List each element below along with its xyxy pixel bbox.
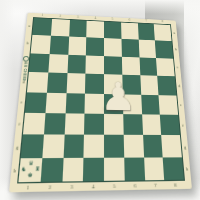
board-square [139,57,157,76]
edge-label: 3 [61,183,83,191]
corner-emblem-pieces: ♛♞♜♚ [19,161,41,179]
board-square [27,72,48,92]
board-square [64,113,85,135]
board-square [68,37,87,55]
emblem-piece-icon: ♚ [27,173,33,179]
edge-label: 4 [87,15,104,20]
edge-label: 1 [16,184,39,192]
board-square [156,58,174,77]
board-square [63,135,84,158]
board-square [84,135,104,158]
board-square [104,56,122,75]
board-square [42,135,64,158]
edge-label: 4 [83,183,104,191]
board-square [123,135,143,157]
board-square [29,53,50,72]
board-square [104,135,124,157]
board-square [140,75,159,94]
board-square [66,73,86,93]
edge-label: b [172,41,179,58]
edge-label: 5 [104,183,125,191]
board-square [31,35,51,54]
corner-emblem: ♛♞♜♚ [18,158,42,183]
board-square [159,95,178,115]
brand-logo-icon [23,56,29,61]
edge-label: a [171,24,178,41]
board-square [163,157,184,180]
board-square [65,93,85,114]
board-square [44,113,65,135]
board-square [69,20,87,38]
board-square [86,38,104,56]
board-square [160,114,180,135]
vinyl-board-sheet: ♛♞♜♚ 12345678 12345678 abcdefgh abcdefgh… [9,13,192,193]
board-square [138,40,156,58]
board-square [45,92,66,113]
edge-label: 1 [33,13,51,18]
board-square [86,21,104,39]
edge-label: c [174,58,181,76]
brand-text: US CHESS [22,62,28,81]
board-square [122,57,140,76]
white-pawn: ♟ [100,77,126,116]
board-square [67,55,86,74]
board-square [25,92,47,113]
board-square [138,23,156,40]
edge-label: 6 [121,17,138,22]
edge-label: 5 [104,16,121,21]
board-square [144,157,165,180]
edge-label: 8 [165,182,185,189]
board-square [104,157,124,181]
edge-label: 7 [138,18,155,23]
board-square [47,73,67,93]
emblem-piece-icon: ♞ [21,167,27,173]
board-square [86,55,104,74]
edge-labels-bottom: 12345678 [16,182,185,192]
edge-label: 8 [154,19,171,24]
board-square [51,19,70,37]
edge-label: f [179,115,187,136]
board-square [21,135,44,158]
board-square [154,24,172,41]
board-square [121,39,139,57]
emblem-piece-icon: ♛ [28,161,34,167]
emblem-piece-icon: ♜ [35,167,41,173]
board-square: ♛♞♜♚ [18,158,42,183]
edge-label: d [176,76,183,95]
board-square [62,157,84,181]
board-square [142,114,162,135]
cloth-highlight-right [184,0,200,120]
board-square [155,41,173,59]
board-square [121,22,138,39]
board-square [143,135,163,157]
board-square [104,22,121,40]
board-square [157,76,176,95]
edge-label: e [177,95,185,115]
edge-label: 2 [39,184,61,192]
board-square [49,36,68,55]
board-square [83,157,104,181]
edge-label: g [181,136,189,158]
board-square [40,158,63,182]
board-square [32,18,52,36]
board-square [141,94,160,114]
chess-board-photo: ♛♞♜♚ 12345678 12345678 abcdefgh abcdefgh… [9,13,192,193]
board-square [23,113,45,135]
edge-label: 7 [145,182,166,189]
edge-label: 3 [69,15,87,20]
board-square [104,38,122,56]
edge-label: 2 [51,14,69,19]
board-square [161,135,181,157]
edge-label: 6 [125,182,146,189]
edge-label: h [183,158,191,181]
board-square [48,54,68,73]
board-square [124,157,145,180]
